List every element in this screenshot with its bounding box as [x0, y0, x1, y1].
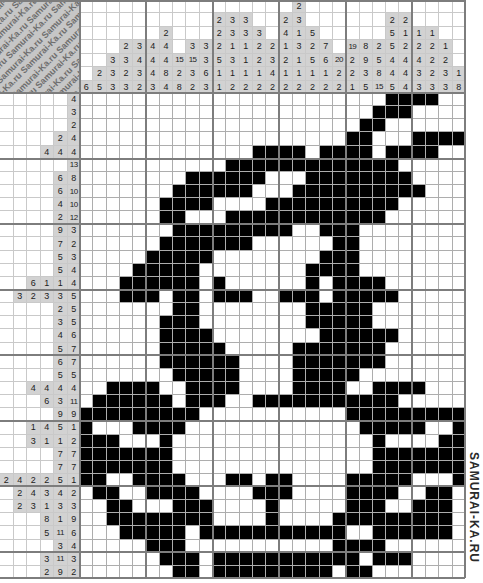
- empty-cell[interactable]: [333, 421, 345, 433]
- empty-cell[interactable]: [160, 106, 172, 118]
- filled-cell[interactable]: [293, 553, 305, 565]
- filled-cell[interactable]: [160, 421, 172, 433]
- empty-cell[interactable]: [240, 251, 252, 263]
- empty-cell[interactable]: [306, 224, 318, 236]
- empty-cell[interactable]: [280, 408, 292, 420]
- filled-cell[interactable]: [253, 146, 265, 158]
- empty-cell[interactable]: [333, 461, 345, 473]
- empty-cell[interactable]: [253, 264, 265, 276]
- empty-cell[interactable]: [213, 119, 225, 131]
- filled-cell[interactable]: [120, 395, 132, 407]
- empty-cell[interactable]: [213, 474, 225, 486]
- filled-cell[interactable]: [173, 316, 185, 328]
- filled-cell[interactable]: [133, 382, 145, 394]
- filled-cell[interactable]: [346, 237, 358, 249]
- empty-cell[interactable]: [293, 264, 305, 276]
- empty-cell[interactable]: [107, 356, 119, 368]
- empty-cell[interactable]: [293, 132, 305, 144]
- filled-cell[interactable]: [253, 526, 265, 538]
- filled-cell[interactable]: [306, 356, 318, 368]
- filled-cell[interactable]: [240, 159, 252, 171]
- empty-cell[interactable]: [333, 500, 345, 512]
- filled-cell[interactable]: [373, 277, 385, 289]
- empty-cell[interactable]: [320, 93, 332, 105]
- filled-cell[interactable]: [293, 382, 305, 394]
- empty-cell[interactable]: [80, 395, 92, 407]
- filled-cell[interactable]: [213, 343, 225, 355]
- empty-cell[interactable]: [200, 146, 212, 158]
- filled-cell[interactable]: [200, 198, 212, 210]
- filled-cell[interactable]: [200, 395, 212, 407]
- empty-cell[interactable]: [147, 132, 159, 144]
- empty-cell[interactable]: [80, 106, 92, 118]
- empty-cell[interactable]: [346, 448, 358, 460]
- empty-cell[interactable]: [280, 93, 292, 105]
- empty-cell[interactable]: [266, 277, 278, 289]
- empty-cell[interactable]: [386, 500, 398, 512]
- empty-cell[interactable]: [266, 435, 278, 447]
- empty-cell[interactable]: [147, 369, 159, 381]
- empty-cell[interactable]: [266, 343, 278, 355]
- filled-cell[interactable]: [240, 290, 252, 302]
- empty-cell[interactable]: [413, 487, 425, 499]
- empty-cell[interactable]: [399, 264, 411, 276]
- empty-cell[interactable]: [93, 146, 105, 158]
- filled-cell[interactable]: [147, 290, 159, 302]
- filled-cell[interactable]: [226, 185, 238, 197]
- filled-cell[interactable]: [186, 382, 198, 394]
- empty-cell[interactable]: [293, 93, 305, 105]
- empty-cell[interactable]: [240, 395, 252, 407]
- empty-cell[interactable]: [386, 343, 398, 355]
- filled-cell[interactable]: [160, 448, 172, 460]
- empty-cell[interactable]: [226, 316, 238, 328]
- filled-cell[interactable]: [306, 303, 318, 315]
- empty-cell[interactable]: [200, 474, 212, 486]
- empty-cell[interactable]: [439, 290, 451, 302]
- empty-cell[interactable]: [413, 264, 425, 276]
- filled-cell[interactable]: [373, 185, 385, 197]
- empty-cell[interactable]: [240, 119, 252, 131]
- filled-cell[interactable]: [173, 277, 185, 289]
- empty-cell[interactable]: [280, 329, 292, 341]
- empty-cell[interactable]: [80, 329, 92, 341]
- filled-cell[interactable]: [346, 303, 358, 315]
- empty-cell[interactable]: [399, 369, 411, 381]
- empty-cell[interactable]: [293, 421, 305, 433]
- empty-cell[interactable]: [413, 369, 425, 381]
- filled-cell[interactable]: [186, 513, 198, 525]
- empty-cell[interactable]: [399, 343, 411, 355]
- empty-cell[interactable]: [80, 526, 92, 538]
- filled-cell[interactable]: [360, 132, 372, 144]
- filled-cell[interactable]: [386, 408, 398, 420]
- filled-cell[interactable]: [386, 106, 398, 118]
- empty-cell[interactable]: [186, 435, 198, 447]
- filled-cell[interactable]: [373, 395, 385, 407]
- filled-cell[interactable]: [266, 159, 278, 171]
- filled-cell[interactable]: [200, 526, 212, 538]
- empty-cell[interactable]: [293, 408, 305, 420]
- empty-cell[interactable]: [240, 132, 252, 144]
- filled-cell[interactable]: [133, 461, 145, 473]
- filled-cell[interactable]: [173, 329, 185, 341]
- empty-cell[interactable]: [226, 500, 238, 512]
- filled-cell[interactable]: [147, 382, 159, 394]
- filled-cell[interactable]: [266, 224, 278, 236]
- filled-cell[interactable]: [186, 198, 198, 210]
- filled-cell[interactable]: [160, 461, 172, 473]
- empty-cell[interactable]: [373, 303, 385, 315]
- filled-cell[interactable]: [147, 474, 159, 486]
- filled-cell[interactable]: [160, 513, 172, 525]
- filled-cell[interactable]: [320, 303, 332, 315]
- filled-cell[interactable]: [147, 277, 159, 289]
- empty-cell[interactable]: [147, 106, 159, 118]
- empty-cell[interactable]: [213, 303, 225, 315]
- empty-cell[interactable]: [93, 356, 105, 368]
- empty-cell[interactable]: [133, 146, 145, 158]
- filled-cell[interactable]: [320, 329, 332, 341]
- empty-cell[interactable]: [399, 303, 411, 315]
- filled-cell[interactable]: [399, 553, 411, 565]
- empty-cell[interactable]: [80, 303, 92, 315]
- empty-cell[interactable]: [80, 198, 92, 210]
- filled-cell[interactable]: [266, 526, 278, 538]
- filled-cell[interactable]: [426, 408, 438, 420]
- empty-cell[interactable]: [93, 93, 105, 105]
- empty-cell[interactable]: [80, 146, 92, 158]
- empty-cell[interactable]: [186, 474, 198, 486]
- filled-cell[interactable]: [399, 172, 411, 184]
- empty-cell[interactable]: [93, 119, 105, 131]
- empty-cell[interactable]: [200, 264, 212, 276]
- filled-cell[interactable]: [413, 185, 425, 197]
- filled-cell[interactable]: [346, 395, 358, 407]
- filled-cell[interactable]: [186, 316, 198, 328]
- empty-cell[interactable]: [133, 237, 145, 249]
- empty-cell[interactable]: [80, 356, 92, 368]
- filled-cell[interactable]: [333, 356, 345, 368]
- filled-cell[interactable]: [147, 421, 159, 433]
- filled-cell[interactable]: [439, 526, 451, 538]
- empty-cell[interactable]: [186, 461, 198, 473]
- empty-cell[interactable]: [160, 172, 172, 184]
- filled-cell[interactable]: [280, 211, 292, 223]
- empty-cell[interactable]: [213, 198, 225, 210]
- filled-cell[interactable]: [399, 461, 411, 473]
- filled-cell[interactable]: [200, 500, 212, 512]
- empty-cell[interactable]: [147, 224, 159, 236]
- empty-cell[interactable]: [240, 448, 252, 460]
- filled-cell[interactable]: [333, 369, 345, 381]
- filled-cell[interactable]: [213, 290, 225, 302]
- empty-cell[interactable]: [399, 237, 411, 249]
- empty-cell[interactable]: [333, 487, 345, 499]
- empty-cell[interactable]: [147, 553, 159, 565]
- empty-cell[interactable]: [346, 435, 358, 447]
- filled-cell[interactable]: [399, 185, 411, 197]
- filled-cell[interactable]: [333, 172, 345, 184]
- filled-cell[interactable]: [320, 211, 332, 223]
- empty-cell[interactable]: [240, 356, 252, 368]
- filled-cell[interactable]: [240, 172, 252, 184]
- empty-cell[interactable]: [133, 303, 145, 315]
- empty-cell[interactable]: [120, 487, 132, 499]
- empty-cell[interactable]: [133, 172, 145, 184]
- filled-cell[interactable]: [226, 526, 238, 538]
- empty-cell[interactable]: [120, 369, 132, 381]
- filled-cell[interactable]: [266, 487, 278, 499]
- empty-cell[interactable]: [439, 224, 451, 236]
- filled-cell[interactable]: [293, 198, 305, 210]
- empty-cell[interactable]: [293, 448, 305, 460]
- filled-cell[interactable]: [346, 487, 358, 499]
- empty-cell[interactable]: [200, 435, 212, 447]
- empty-cell[interactable]: [213, 132, 225, 144]
- filled-cell[interactable]: [93, 408, 105, 420]
- empty-cell[interactable]: [213, 435, 225, 447]
- empty-cell[interactable]: [226, 513, 238, 525]
- empty-cell[interactable]: [426, 224, 438, 236]
- filled-cell[interactable]: [413, 526, 425, 538]
- empty-cell[interactable]: [173, 172, 185, 184]
- empty-cell[interactable]: [320, 513, 332, 525]
- empty-cell[interactable]: [200, 277, 212, 289]
- filled-cell[interactable]: [186, 264, 198, 276]
- filled-cell[interactable]: [413, 421, 425, 433]
- empty-cell[interactable]: [399, 198, 411, 210]
- empty-cell[interactable]: [253, 474, 265, 486]
- empty-cell[interactable]: [333, 474, 345, 486]
- filled-cell[interactable]: [147, 408, 159, 420]
- empty-cell[interactable]: [426, 474, 438, 486]
- filled-cell[interactable]: [186, 185, 198, 197]
- filled-cell[interactable]: [213, 172, 225, 184]
- filled-cell[interactable]: [399, 93, 411, 105]
- empty-cell[interactable]: [266, 408, 278, 420]
- empty-cell[interactable]: [426, 237, 438, 249]
- empty-cell[interactable]: [253, 198, 265, 210]
- empty-cell[interactable]: [200, 553, 212, 565]
- empty-cell[interactable]: [80, 251, 92, 263]
- filled-cell[interactable]: [386, 159, 398, 171]
- empty-cell[interactable]: [306, 119, 318, 131]
- filled-cell[interactable]: [280, 487, 292, 499]
- empty-cell[interactable]: [413, 224, 425, 236]
- empty-cell[interactable]: [93, 343, 105, 355]
- filled-cell[interactable]: [346, 146, 358, 158]
- filled-cell[interactable]: [306, 185, 318, 197]
- empty-cell[interactable]: [200, 211, 212, 223]
- empty-cell[interactable]: [426, 119, 438, 131]
- filled-cell[interactable]: [293, 159, 305, 171]
- empty-cell[interactable]: [133, 553, 145, 565]
- empty-cell[interactable]: [147, 356, 159, 368]
- empty-cell[interactable]: [240, 198, 252, 210]
- filled-cell[interactable]: [186, 251, 198, 263]
- filled-cell[interactable]: [213, 277, 225, 289]
- filled-cell[interactable]: [346, 264, 358, 276]
- filled-cell[interactable]: [213, 224, 225, 236]
- empty-cell[interactable]: [266, 369, 278, 381]
- empty-cell[interactable]: [80, 211, 92, 223]
- filled-cell[interactable]: [333, 146, 345, 158]
- empty-cell[interactable]: [186, 421, 198, 433]
- empty-cell[interactable]: [413, 329, 425, 341]
- empty-cell[interactable]: [120, 93, 132, 105]
- filled-cell[interactable]: [120, 408, 132, 420]
- filled-cell[interactable]: [186, 408, 198, 420]
- filled-cell[interactable]: [306, 172, 318, 184]
- filled-cell[interactable]: [320, 369, 332, 381]
- filled-cell[interactable]: [360, 474, 372, 486]
- empty-cell[interactable]: [253, 277, 265, 289]
- filled-cell[interactable]: [320, 146, 332, 158]
- filled-cell[interactable]: [306, 343, 318, 355]
- filled-cell[interactable]: [80, 448, 92, 460]
- filled-cell[interactable]: [360, 185, 372, 197]
- filled-cell[interactable]: [266, 474, 278, 486]
- empty-cell[interactable]: [147, 435, 159, 447]
- empty-cell[interactable]: [360, 553, 372, 565]
- filled-cell[interactable]: [280, 526, 292, 538]
- empty-cell[interactable]: [399, 435, 411, 447]
- empty-cell[interactable]: [147, 500, 159, 512]
- empty-cell[interactable]: [386, 237, 398, 249]
- filled-cell[interactable]: [386, 146, 398, 158]
- filled-cell[interactable]: [160, 329, 172, 341]
- filled-cell[interactable]: [346, 474, 358, 486]
- empty-cell[interactable]: [133, 93, 145, 105]
- filled-cell[interactable]: [186, 224, 198, 236]
- empty-cell[interactable]: [399, 316, 411, 328]
- filled-cell[interactable]: [107, 382, 119, 394]
- filled-cell[interactable]: [160, 526, 172, 538]
- filled-cell[interactable]: [186, 329, 198, 341]
- empty-cell[interactable]: [280, 251, 292, 263]
- filled-cell[interactable]: [320, 185, 332, 197]
- empty-cell[interactable]: [253, 356, 265, 368]
- empty-cell[interactable]: [93, 172, 105, 184]
- filled-cell[interactable]: [346, 132, 358, 144]
- filled-cell[interactable]: [160, 211, 172, 223]
- filled-cell[interactable]: [280, 198, 292, 210]
- empty-cell[interactable]: [360, 106, 372, 118]
- empty-cell[interactable]: [280, 356, 292, 368]
- filled-cell[interactable]: [439, 132, 451, 144]
- empty-cell[interactable]: [320, 408, 332, 420]
- filled-cell[interactable]: [213, 526, 225, 538]
- filled-cell[interactable]: [333, 395, 345, 407]
- empty-cell[interactable]: [413, 290, 425, 302]
- empty-cell[interactable]: [133, 500, 145, 512]
- empty-cell[interactable]: [360, 251, 372, 263]
- empty-cell[interactable]: [186, 106, 198, 118]
- empty-cell[interactable]: [133, 369, 145, 381]
- empty-cell[interactable]: [240, 303, 252, 315]
- filled-cell[interactable]: [333, 526, 345, 538]
- filled-cell[interactable]: [439, 513, 451, 525]
- empty-cell[interactable]: [200, 448, 212, 460]
- empty-cell[interactable]: [213, 159, 225, 171]
- filled-cell[interactable]: [80, 421, 92, 433]
- filled-cell[interactable]: [240, 553, 252, 565]
- empty-cell[interactable]: [186, 159, 198, 171]
- filled-cell[interactable]: [226, 172, 238, 184]
- filled-cell[interactable]: [320, 343, 332, 355]
- filled-cell[interactable]: [293, 526, 305, 538]
- empty-cell[interactable]: [373, 146, 385, 158]
- filled-cell[interactable]: [320, 526, 332, 538]
- filled-cell[interactable]: [306, 277, 318, 289]
- filled-cell[interactable]: [120, 461, 132, 473]
- filled-cell[interactable]: [346, 251, 358, 263]
- empty-cell[interactable]: [320, 487, 332, 499]
- empty-cell[interactable]: [160, 119, 172, 131]
- empty-cell[interactable]: [93, 316, 105, 328]
- empty-cell[interactable]: [439, 106, 451, 118]
- empty-cell[interactable]: [80, 369, 92, 381]
- filled-cell[interactable]: [186, 172, 198, 184]
- empty-cell[interactable]: [80, 343, 92, 355]
- empty-cell[interactable]: [386, 303, 398, 315]
- filled-cell[interactable]: [107, 500, 119, 512]
- empty-cell[interactable]: [413, 343, 425, 355]
- empty-cell[interactable]: [93, 132, 105, 144]
- filled-cell[interactable]: [333, 224, 345, 236]
- filled-cell[interactable]: [133, 290, 145, 302]
- empty-cell[interactable]: [253, 185, 265, 197]
- filled-cell[interactable]: [399, 382, 411, 394]
- empty-cell[interactable]: [240, 487, 252, 499]
- empty-cell[interactable]: [120, 264, 132, 276]
- empty-cell[interactable]: [226, 461, 238, 473]
- empty-cell[interactable]: [80, 159, 92, 171]
- filled-cell[interactable]: [320, 264, 332, 276]
- empty-cell[interactable]: [80, 553, 92, 565]
- empty-cell[interactable]: [413, 106, 425, 118]
- empty-cell[interactable]: [293, 303, 305, 315]
- empty-cell[interactable]: [93, 303, 105, 315]
- empty-cell[interactable]: [107, 369, 119, 381]
- empty-cell[interactable]: [306, 513, 318, 525]
- empty-cell[interactable]: [80, 382, 92, 394]
- filled-cell[interactable]: [186, 343, 198, 355]
- filled-cell[interactable]: [253, 224, 265, 236]
- filled-cell[interactable]: [373, 119, 385, 131]
- filled-cell[interactable]: [173, 224, 185, 236]
- empty-cell[interactable]: [120, 198, 132, 210]
- empty-cell[interactable]: [186, 448, 198, 460]
- empty-cell[interactable]: [107, 93, 119, 105]
- filled-cell[interactable]: [240, 185, 252, 197]
- empty-cell[interactable]: [147, 329, 159, 341]
- filled-cell[interactable]: [213, 553, 225, 565]
- filled-cell[interactable]: [213, 185, 225, 197]
- empty-cell[interactable]: [280, 448, 292, 460]
- filled-cell[interactable]: [133, 474, 145, 486]
- filled-cell[interactable]: [413, 408, 425, 420]
- empty-cell[interactable]: [439, 369, 451, 381]
- empty-cell[interactable]: [93, 513, 105, 525]
- empty-cell[interactable]: [399, 119, 411, 131]
- filled-cell[interactable]: [107, 448, 119, 460]
- filled-cell[interactable]: [346, 553, 358, 565]
- empty-cell[interactable]: [107, 290, 119, 302]
- empty-cell[interactable]: [120, 356, 132, 368]
- empty-cell[interactable]: [266, 172, 278, 184]
